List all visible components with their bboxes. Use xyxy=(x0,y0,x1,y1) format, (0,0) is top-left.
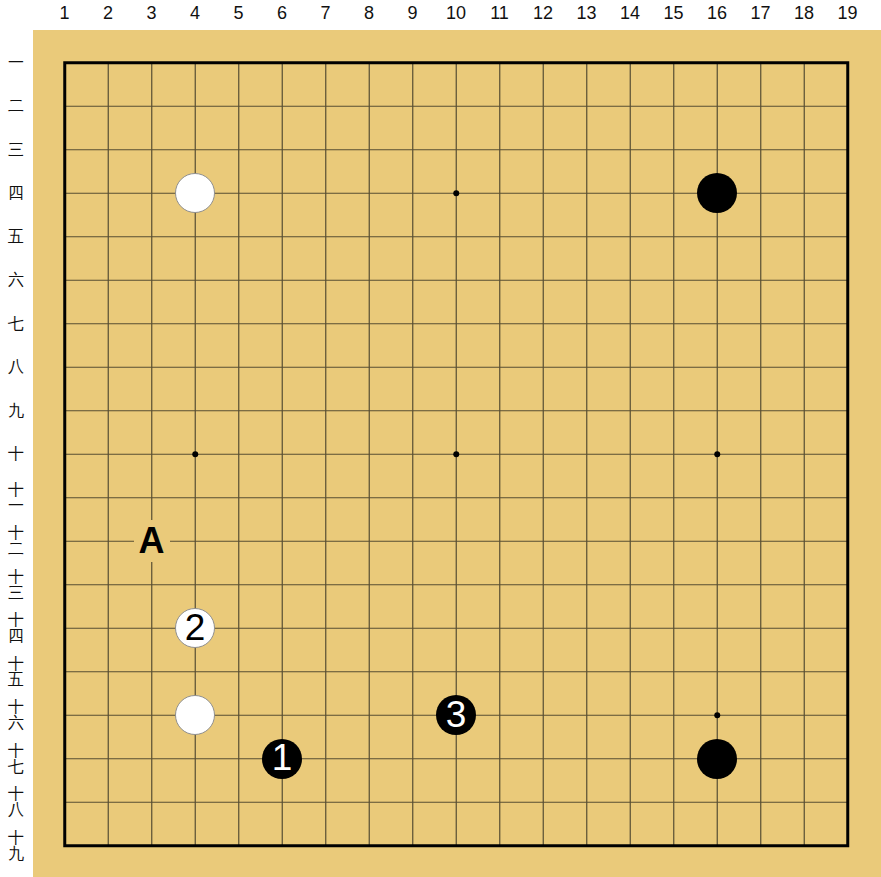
row-label-char: 十 xyxy=(8,830,24,846)
column-label: 15 xyxy=(652,0,696,27)
stone-black-move-3[interactable]: 3 xyxy=(436,695,476,735)
column-label: 17 xyxy=(739,0,783,27)
move-number: 1 xyxy=(272,739,293,776)
go-diagram-page: 12345678910111213141516171819 一二三四五六七八九十… xyxy=(0,0,881,877)
column-label: 2 xyxy=(86,0,130,27)
row-label-char: 六 xyxy=(8,715,24,731)
stone-white-move-2[interactable]: 2 xyxy=(175,608,215,648)
row-label: 十六 xyxy=(0,693,32,737)
row-label-char: 十 xyxy=(8,569,24,585)
row-label: 十三 xyxy=(0,563,32,607)
row-label: 四 xyxy=(0,171,32,215)
point-marker-A[interactable]: A xyxy=(134,520,170,562)
column-labels: 12345678910111213141516171819 xyxy=(43,0,870,27)
move-number: 3 xyxy=(446,696,467,733)
row-label-char: 一 xyxy=(8,55,24,71)
stone-white[interactable] xyxy=(175,173,215,213)
move-number: 2 xyxy=(185,609,206,646)
row-label-char: 十 xyxy=(8,656,24,672)
row-label-char: 一 xyxy=(8,498,24,514)
row-label-char: 四 xyxy=(8,185,24,201)
column-label: 12 xyxy=(521,0,565,27)
column-label: 16 xyxy=(695,0,739,27)
stone-black[interactable] xyxy=(697,739,737,779)
row-label: 十五 xyxy=(0,650,32,694)
row-label: 一 xyxy=(0,41,32,85)
row-label-char: 十 xyxy=(8,525,24,541)
row-label: 十七 xyxy=(0,737,32,781)
column-label: 1 xyxy=(43,0,87,27)
column-label: 10 xyxy=(434,0,478,27)
stone-black-move-1[interactable]: 1 xyxy=(262,739,302,779)
row-label: 十四 xyxy=(0,606,32,650)
row-label-char: 十 xyxy=(8,786,24,802)
row-label-char: 五 xyxy=(8,229,24,245)
stones-grid: 123A xyxy=(43,41,870,868)
column-label: 14 xyxy=(608,0,652,27)
row-label: 十 xyxy=(0,432,32,476)
row-labels: 一二三四五六七八九十十一十二十三十四十五十六十七十八十九 xyxy=(0,41,32,868)
row-label-char: 二 xyxy=(8,98,24,114)
go-board[interactable]: 123A xyxy=(33,30,881,877)
row-label: 十九 xyxy=(0,824,32,868)
row-label: 七 xyxy=(0,302,32,346)
row-label-char: 七 xyxy=(8,316,24,332)
column-label: 11 xyxy=(478,0,522,27)
column-label: 7 xyxy=(304,0,348,27)
row-label-char: 九 xyxy=(8,846,24,862)
row-label: 十二 xyxy=(0,519,32,563)
row-label: 五 xyxy=(0,215,32,259)
column-label: 3 xyxy=(130,0,174,27)
row-label-char: 三 xyxy=(8,142,24,158)
column-label: 8 xyxy=(347,0,391,27)
row-label-char: 六 xyxy=(8,272,24,288)
stone-black[interactable] xyxy=(697,173,737,213)
row-label-char: 二 xyxy=(8,541,24,557)
row-label: 二 xyxy=(0,84,32,128)
row-label-char: 十 xyxy=(8,699,24,715)
row-label-char: 五 xyxy=(8,672,24,688)
row-label-char: 八 xyxy=(8,359,24,375)
row-label-char: 十 xyxy=(8,446,24,462)
column-label: 6 xyxy=(260,0,304,27)
column-label: 4 xyxy=(173,0,217,27)
row-label: 十一 xyxy=(0,476,32,520)
column-label: 5 xyxy=(217,0,261,27)
row-label: 六 xyxy=(0,258,32,302)
row-label-char: 十 xyxy=(8,612,24,628)
row-label: 三 xyxy=(0,128,32,172)
row-label-char: 十 xyxy=(8,482,24,498)
row-label: 八 xyxy=(0,345,32,389)
column-label: 18 xyxy=(782,0,826,27)
row-label-char: 三 xyxy=(8,585,24,601)
column-label: 13 xyxy=(565,0,609,27)
row-label-char: 十 xyxy=(8,743,24,759)
column-label: 19 xyxy=(826,0,870,27)
row-label-char: 四 xyxy=(8,628,24,644)
row-label-char: 七 xyxy=(8,759,24,775)
row-label-char: 九 xyxy=(8,403,24,419)
row-label: 九 xyxy=(0,389,32,433)
row-label-char: 八 xyxy=(8,802,24,818)
stone-white[interactable] xyxy=(175,695,215,735)
row-label: 十八 xyxy=(0,780,32,824)
column-label: 9 xyxy=(391,0,435,27)
